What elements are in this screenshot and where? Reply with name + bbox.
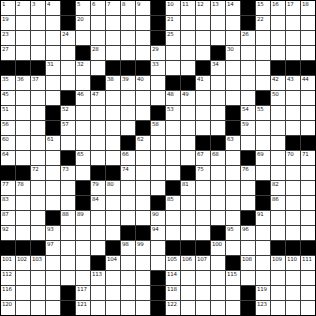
cell[interactable] [241, 241, 255, 255]
cell[interactable] [136, 196, 150, 210]
cell[interactable] [46, 196, 60, 210]
cell[interactable]: 96 [241, 226, 255, 240]
cell[interactable] [136, 256, 150, 270]
cell[interactable] [196, 196, 210, 210]
cell[interactable] [91, 211, 105, 225]
cell[interactable] [46, 76, 60, 90]
cell[interactable] [46, 286, 60, 300]
cell[interactable]: 107 [196, 256, 210, 270]
cell[interactable]: 38 [106, 76, 120, 90]
cell[interactable] [256, 31, 270, 45]
cell[interactable]: 17 [286, 1, 300, 15]
cell[interactable] [241, 271, 255, 285]
cell[interactable] [106, 226, 120, 240]
cell[interactable] [121, 196, 135, 210]
cell[interactable]: 68 [211, 151, 225, 165]
cell[interactable] [211, 286, 225, 300]
cell[interactable]: 71 [301, 151, 315, 165]
cell[interactable] [286, 181, 300, 195]
cell[interactable] [196, 226, 210, 240]
cell[interactable]: 11 [181, 1, 195, 15]
cell[interactable] [136, 286, 150, 300]
cell[interactable] [211, 181, 225, 195]
cell[interactable] [211, 211, 225, 225]
cell[interactable]: 65 [76, 151, 90, 165]
cell[interactable] [121, 16, 135, 30]
cell[interactable] [166, 211, 180, 225]
cell[interactable]: 98 [121, 241, 135, 255]
cell[interactable]: 6 [91, 1, 105, 15]
cell[interactable] [31, 151, 45, 165]
cell[interactable] [46, 16, 60, 30]
cell[interactable]: 2 [16, 1, 30, 15]
cell[interactable] [61, 226, 75, 240]
cell[interactable] [151, 76, 165, 90]
cell[interactable]: 100 [211, 241, 225, 255]
cell[interactable] [166, 226, 180, 240]
cell[interactable] [196, 271, 210, 285]
cell[interactable] [76, 226, 90, 240]
cell[interactable] [151, 91, 165, 105]
cell[interactable] [271, 151, 285, 165]
cell[interactable] [271, 136, 285, 150]
cell[interactable]: 52 [61, 106, 75, 120]
cell[interactable] [151, 256, 165, 270]
cell[interactable]: 118 [166, 286, 180, 300]
cell[interactable] [286, 91, 300, 105]
cell[interactable] [31, 211, 45, 225]
cell[interactable] [106, 136, 120, 150]
cell[interactable] [166, 166, 180, 180]
cell[interactable] [286, 166, 300, 180]
cell[interactable]: 63 [226, 136, 240, 150]
cell[interactable]: 62 [136, 136, 150, 150]
cell[interactable] [31, 226, 45, 240]
cell[interactable] [106, 301, 120, 315]
cell[interactable] [271, 46, 285, 60]
cell[interactable] [181, 211, 195, 225]
cell[interactable] [106, 121, 120, 135]
cell[interactable] [106, 46, 120, 60]
cell[interactable] [181, 151, 195, 165]
cell[interactable]: 93 [46, 226, 60, 240]
cell[interactable] [181, 31, 195, 45]
cell[interactable] [181, 196, 195, 210]
cell[interactable] [61, 76, 75, 90]
cell[interactable] [181, 121, 195, 135]
cell[interactable]: 106 [181, 256, 195, 270]
cell[interactable] [61, 46, 75, 60]
cell[interactable] [181, 61, 195, 75]
cell[interactable] [241, 91, 255, 105]
cell[interactable] [31, 121, 45, 135]
cell[interactable] [181, 46, 195, 60]
cell[interactable] [91, 241, 105, 255]
cell[interactable] [286, 301, 300, 315]
cell[interactable]: 58 [151, 121, 165, 135]
cell[interactable] [166, 61, 180, 75]
cell[interactable] [286, 271, 300, 285]
cell[interactable] [121, 271, 135, 285]
cell[interactable] [241, 136, 255, 150]
cell[interactable]: 88 [61, 211, 75, 225]
cell[interactable] [121, 286, 135, 300]
cell[interactable] [61, 181, 75, 195]
cell[interactable] [121, 106, 135, 120]
cell[interactable] [61, 61, 75, 75]
cell[interactable]: 83 [1, 196, 15, 210]
cell[interactable]: 74 [121, 166, 135, 180]
cell[interactable]: 23 [1, 31, 15, 45]
cell[interactable] [106, 16, 120, 30]
cell[interactable] [241, 181, 255, 195]
cell[interactable] [76, 76, 90, 90]
cell[interactable] [226, 286, 240, 300]
cell[interactable] [196, 181, 210, 195]
cell[interactable] [241, 196, 255, 210]
cell[interactable]: 76 [241, 166, 255, 180]
cell[interactable]: 111 [301, 256, 315, 270]
cell[interactable]: 16 [271, 1, 285, 15]
cell[interactable] [31, 181, 45, 195]
cell[interactable] [271, 31, 285, 45]
cell[interactable] [181, 286, 195, 300]
cell[interactable] [76, 271, 90, 285]
cell[interactable] [76, 31, 90, 45]
cell[interactable]: 102 [16, 256, 30, 270]
cell[interactable] [226, 16, 240, 30]
cell[interactable]: 95 [226, 226, 240, 240]
cell[interactable] [301, 91, 315, 105]
cell[interactable] [286, 196, 300, 210]
cell[interactable]: 75 [196, 166, 210, 180]
cell[interactable] [91, 286, 105, 300]
cell[interactable]: 67 [196, 151, 210, 165]
cell[interactable] [136, 181, 150, 195]
cell[interactable]: 110 [286, 256, 300, 270]
cell[interactable]: 66 [121, 151, 135, 165]
cell[interactable] [61, 136, 75, 150]
cell[interactable] [196, 121, 210, 135]
cell[interactable] [286, 31, 300, 45]
cell[interactable]: 36 [16, 76, 30, 90]
cell[interactable] [211, 166, 225, 180]
cell[interactable] [226, 211, 240, 225]
cell[interactable] [16, 136, 30, 150]
cell[interactable]: 115 [226, 271, 240, 285]
cell[interactable] [46, 31, 60, 45]
cell[interactable] [151, 166, 165, 180]
cell[interactable] [136, 271, 150, 285]
cell[interactable] [181, 106, 195, 120]
cell[interactable] [31, 301, 45, 315]
cell[interactable] [271, 121, 285, 135]
cell[interactable] [61, 196, 75, 210]
cell[interactable] [76, 166, 90, 180]
cell[interactable] [91, 106, 105, 120]
cell[interactable]: 121 [76, 301, 90, 315]
cell[interactable] [31, 106, 45, 120]
cell[interactable] [151, 151, 165, 165]
cell[interactable] [256, 256, 270, 270]
cell[interactable] [211, 31, 225, 45]
cell[interactable] [16, 46, 30, 60]
cell[interactable] [121, 181, 135, 195]
cell[interactable] [46, 301, 60, 315]
cell[interactable] [121, 301, 135, 315]
cell[interactable] [166, 121, 180, 135]
cell[interactable] [256, 136, 270, 150]
cell[interactable] [181, 271, 195, 285]
cell[interactable] [286, 121, 300, 135]
cell[interactable] [301, 181, 315, 195]
cell[interactable] [46, 256, 60, 270]
cell[interactable]: 47 [91, 91, 105, 105]
cell[interactable]: 122 [166, 301, 180, 315]
cell[interactable] [91, 136, 105, 150]
cell[interactable] [286, 286, 300, 300]
cell[interactable]: 19 [1, 16, 15, 30]
cell[interactable]: 94 [151, 226, 165, 240]
cell[interactable] [16, 301, 30, 315]
cell[interactable] [286, 46, 300, 60]
cell[interactable] [211, 301, 225, 315]
cell[interactable] [151, 181, 165, 195]
cell[interactable]: 49 [181, 91, 195, 105]
cell[interactable]: 61 [46, 136, 60, 150]
cell[interactable]: 53 [166, 106, 180, 120]
cell[interactable] [301, 31, 315, 45]
cell[interactable] [301, 211, 315, 225]
cell[interactable]: 5 [76, 1, 90, 15]
cell[interactable]: 9 [136, 1, 150, 15]
cell[interactable]: 22 [256, 16, 270, 30]
cell[interactable]: 86 [271, 196, 285, 210]
cell[interactable]: 119 [256, 286, 270, 300]
cell[interactable]: 60 [1, 136, 15, 150]
cell[interactable]: 78 [16, 181, 30, 195]
cell[interactable] [46, 91, 60, 105]
cell[interactable]: 51 [1, 106, 15, 120]
cell[interactable]: 50 [271, 91, 285, 105]
cell[interactable] [226, 61, 240, 75]
cell[interactable] [196, 46, 210, 60]
cell[interactable]: 34 [211, 61, 225, 75]
cell[interactable]: 37 [31, 76, 45, 90]
cell[interactable] [256, 226, 270, 240]
cell[interactable] [61, 271, 75, 285]
cell[interactable] [31, 286, 45, 300]
cell[interactable] [16, 121, 30, 135]
cell[interactable] [136, 46, 150, 60]
cell[interactable] [286, 16, 300, 30]
cell[interactable] [76, 136, 90, 150]
cell[interactable]: 1 [1, 1, 15, 15]
cell[interactable] [286, 211, 300, 225]
cell[interactable] [256, 76, 270, 90]
cell[interactable] [181, 136, 195, 150]
cell[interactable]: 92 [1, 226, 15, 240]
cell[interactable]: 113 [91, 271, 105, 285]
cell[interactable] [211, 121, 225, 135]
cell[interactable] [31, 16, 45, 30]
cell[interactable] [121, 46, 135, 60]
cell[interactable] [151, 136, 165, 150]
cell[interactable]: 69 [256, 151, 270, 165]
cell[interactable]: 85 [166, 196, 180, 210]
cell[interactable]: 55 [256, 106, 270, 120]
cell[interactable] [166, 151, 180, 165]
cell[interactable]: 25 [166, 31, 180, 45]
cell[interactable] [256, 46, 270, 60]
cell[interactable] [226, 301, 240, 315]
cell[interactable] [16, 271, 30, 285]
cell[interactable]: 73 [61, 166, 75, 180]
cell[interactable] [31, 31, 45, 45]
cell[interactable]: 42 [271, 76, 285, 90]
cell[interactable] [46, 181, 60, 195]
cell[interactable]: 70 [286, 151, 300, 165]
cell[interactable]: 57 [61, 121, 75, 135]
cell[interactable] [61, 241, 75, 255]
cell[interactable]: 3 [31, 1, 45, 15]
cell[interactable]: 7 [106, 1, 120, 15]
cell[interactable] [136, 16, 150, 30]
cell[interactable] [286, 226, 300, 240]
cell[interactable] [31, 91, 45, 105]
cell[interactable] [301, 196, 315, 210]
cell[interactable] [106, 106, 120, 120]
cell[interactable]: 29 [151, 46, 165, 60]
cell[interactable]: 59 [241, 121, 255, 135]
cell[interactable] [271, 271, 285, 285]
cell[interactable]: 105 [166, 256, 180, 270]
cell[interactable] [136, 166, 150, 180]
cell[interactable] [121, 256, 135, 270]
cell[interactable] [301, 16, 315, 30]
cell[interactable] [256, 271, 270, 285]
cell[interactable] [166, 46, 180, 60]
cell[interactable] [301, 106, 315, 120]
cell[interactable]: 108 [241, 256, 255, 270]
cell[interactable]: 97 [46, 241, 60, 255]
cell[interactable]: 15 [256, 1, 270, 15]
cell[interactable] [76, 256, 90, 270]
cell[interactable]: 13 [211, 1, 225, 15]
cell[interactable] [211, 271, 225, 285]
cell[interactable]: 24 [61, 31, 75, 45]
cell[interactable]: 33 [151, 61, 165, 75]
cell[interactable] [16, 31, 30, 45]
cell[interactable]: 30 [226, 46, 240, 60]
cell[interactable]: 48 [166, 91, 180, 105]
cell[interactable] [91, 61, 105, 75]
cell[interactable] [241, 76, 255, 90]
cell[interactable] [271, 166, 285, 180]
cell[interactable] [211, 256, 225, 270]
cell[interactable] [181, 16, 195, 30]
cell[interactable] [16, 106, 30, 120]
cell[interactable] [106, 31, 120, 45]
cell[interactable]: 39 [121, 76, 135, 90]
cell[interactable] [211, 196, 225, 210]
cell[interactable] [271, 286, 285, 300]
cell[interactable]: 104 [106, 256, 120, 270]
cell[interactable] [226, 76, 240, 90]
cell[interactable] [76, 106, 90, 120]
cell[interactable] [46, 271, 60, 285]
cell[interactable] [196, 106, 210, 120]
cell[interactable]: 103 [31, 256, 45, 270]
cell[interactable] [91, 16, 105, 30]
cell[interactable] [106, 151, 120, 165]
cell[interactable] [121, 31, 135, 45]
cell[interactable] [256, 241, 270, 255]
cell[interactable] [181, 226, 195, 240]
cell[interactable] [271, 226, 285, 240]
cell[interactable] [31, 271, 45, 285]
cell[interactable] [271, 16, 285, 30]
cell[interactable] [301, 46, 315, 60]
cell[interactable] [181, 301, 195, 315]
cell[interactable]: 41 [196, 76, 210, 90]
cell[interactable] [16, 151, 30, 165]
cell[interactable]: 101 [1, 256, 15, 270]
cell[interactable] [271, 301, 285, 315]
cell[interactable]: 46 [76, 91, 90, 105]
cell[interactable]: 4 [46, 1, 60, 15]
cell[interactable]: 84 [91, 196, 105, 210]
cell[interactable] [91, 31, 105, 45]
cell[interactable]: 35 [1, 76, 15, 90]
cell[interactable] [256, 121, 270, 135]
cell[interactable] [106, 211, 120, 225]
cell[interactable]: 90 [151, 211, 165, 225]
cell[interactable]: 43 [286, 76, 300, 90]
cell[interactable] [76, 241, 90, 255]
cell[interactable] [166, 136, 180, 150]
cell[interactable] [46, 46, 60, 60]
cell[interactable]: 82 [271, 181, 285, 195]
cell[interactable]: 64 [1, 151, 15, 165]
cell[interactable] [136, 31, 150, 45]
cell[interactable] [301, 271, 315, 285]
cell[interactable] [16, 196, 30, 210]
cell[interactable] [226, 151, 240, 165]
cell[interactable] [256, 61, 270, 75]
cell[interactable] [196, 16, 210, 30]
cell[interactable] [16, 16, 30, 30]
cell[interactable]: 120 [1, 301, 15, 315]
cell[interactable] [136, 106, 150, 120]
cell[interactable] [226, 181, 240, 195]
cell[interactable] [91, 226, 105, 240]
cell[interactable] [211, 16, 225, 30]
cell[interactable] [136, 91, 150, 105]
cell[interactable] [121, 211, 135, 225]
cell[interactable] [211, 106, 225, 120]
cell[interactable] [106, 271, 120, 285]
cell[interactable] [301, 286, 315, 300]
cell[interactable]: 27 [1, 46, 15, 60]
cell[interactable]: 45 [1, 91, 15, 105]
cell[interactable]: 72 [31, 166, 45, 180]
cell[interactable] [16, 91, 30, 105]
cell[interactable] [241, 46, 255, 60]
cell[interactable] [196, 31, 210, 45]
cell[interactable] [76, 121, 90, 135]
cell[interactable] [196, 301, 210, 315]
